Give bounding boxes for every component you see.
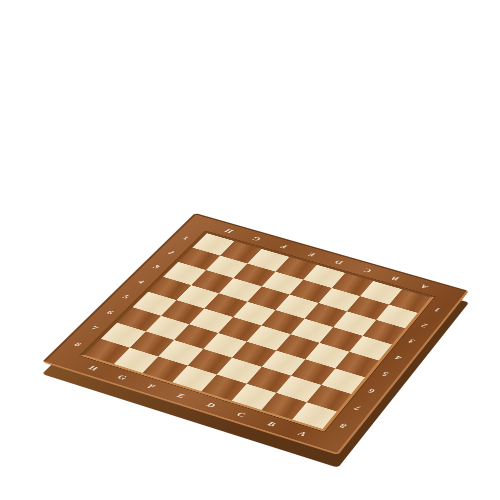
file-label-far-a: A — [419, 284, 429, 291]
rank-label-left-6: 6 — [106, 309, 116, 315]
file-label-far-h: H — [223, 228, 234, 234]
rank-label-left-3: 3 — [152, 264, 161, 270]
rank-label-right-5: 5 — [380, 371, 389, 378]
rank-label-left-7: 7 — [90, 324, 100, 330]
file-label-far-d: D — [334, 259, 345, 266]
rank-label-left-1: 1 — [182, 235, 191, 241]
file-label-front-e: E — [176, 392, 187, 400]
file-label-front-h: H — [87, 364, 100, 372]
file-label-front-a: A — [297, 429, 308, 437]
rank-label-left-2: 2 — [167, 249, 176, 255]
file-label-front-c: C — [236, 410, 247, 418]
file-label-far-c: C — [362, 267, 372, 273]
rank-label-right-6: 6 — [367, 388, 376, 395]
file-label-far-b: B — [390, 275, 400, 281]
rank-label-left-4: 4 — [137, 278, 146, 284]
rank-label-left-8: 8 — [73, 340, 83, 347]
file-label-far-f: F — [279, 244, 289, 250]
file-label-far-e: E — [306, 251, 316, 257]
file-label-front-d: D — [205, 401, 217, 409]
rank-label-right-3: 3 — [407, 338, 416, 345]
file-label-front-b: B — [266, 420, 277, 428]
file-label-far-g: G — [251, 236, 262, 242]
rank-label-right-8: 8 — [338, 422, 348, 429]
product-photo-stage: HGFEDCBAHGFEDCBA1234567812345678 — [0, 0, 500, 500]
rank-label-right-4: 4 — [394, 354, 403, 361]
file-label-front-g: G — [117, 373, 129, 381]
chess-board: HGFEDCBAHGFEDCBA1234567812345678 — [42, 213, 469, 455]
rank-label-right-2: 2 — [420, 322, 429, 328]
rank-label-right-7: 7 — [353, 405, 362, 412]
rank-label-left-5: 5 — [122, 293, 131, 299]
rank-label-right-1: 1 — [433, 307, 442, 313]
file-label-front-f: F — [146, 382, 157, 389]
